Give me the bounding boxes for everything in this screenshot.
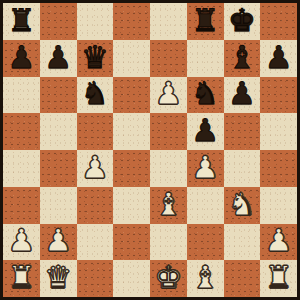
square-d6[interactable] xyxy=(113,77,150,114)
square-c1[interactable] xyxy=(77,260,114,297)
square-f8[interactable]: ♜ xyxy=(187,3,224,40)
square-e4[interactable] xyxy=(150,150,187,187)
square-e7[interactable] xyxy=(150,40,187,77)
square-g1[interactable] xyxy=(224,260,261,297)
square-f3[interactable] xyxy=(187,187,224,224)
square-f4[interactable]: ♟ xyxy=(187,150,224,187)
square-b4[interactable] xyxy=(40,150,77,187)
square-c5[interactable] xyxy=(77,113,114,150)
black-rook[interactable]: ♜ xyxy=(191,5,219,36)
square-d5[interactable] xyxy=(113,113,150,150)
white-pawn[interactable]: ♟ xyxy=(81,152,109,183)
square-f7[interactable] xyxy=(187,40,224,77)
black-knight[interactable]: ♞ xyxy=(81,78,109,109)
square-f5[interactable]: ♟ xyxy=(187,113,224,150)
square-g7[interactable]: ♝ xyxy=(224,40,261,77)
black-queen[interactable]: ♛ xyxy=(81,42,109,73)
square-g8[interactable]: ♚ xyxy=(224,3,261,40)
square-f1[interactable]: ♝ xyxy=(187,260,224,297)
black-pawn[interactable]: ♟ xyxy=(228,78,256,109)
white-pawn[interactable]: ♟ xyxy=(154,78,182,109)
square-b8[interactable] xyxy=(40,3,77,40)
square-a3[interactable] xyxy=(3,187,40,224)
black-pawn[interactable]: ♟ xyxy=(7,42,35,73)
square-g6[interactable]: ♟ xyxy=(224,77,261,114)
black-pawn[interactable]: ♟ xyxy=(191,115,219,146)
square-h3[interactable] xyxy=(260,187,297,224)
square-g5[interactable] xyxy=(224,113,261,150)
square-b5[interactable] xyxy=(40,113,77,150)
square-b2[interactable]: ♟ xyxy=(40,224,77,261)
black-knight[interactable]: ♞ xyxy=(191,78,219,109)
square-c8[interactable] xyxy=(77,3,114,40)
square-c7[interactable]: ♛ xyxy=(77,40,114,77)
square-g2[interactable] xyxy=(224,224,261,261)
black-king[interactable]: ♚ xyxy=(228,5,256,36)
square-a5[interactable] xyxy=(3,113,40,150)
black-pawn[interactable]: ♟ xyxy=(44,42,72,73)
black-bishop[interactable]: ♝ xyxy=(228,42,256,73)
board-grid: ♜♜♚♟♟♛♝♟♞♟♞♟♟♟♟♝♞♟♟♟♜♛♚♝♜ xyxy=(3,3,297,297)
square-f2[interactable] xyxy=(187,224,224,261)
square-e6[interactable]: ♟ xyxy=(150,77,187,114)
square-h7[interactable]: ♟ xyxy=(260,40,297,77)
square-g4[interactable] xyxy=(224,150,261,187)
white-pawn[interactable]: ♟ xyxy=(191,152,219,183)
square-h1[interactable]: ♜ xyxy=(260,260,297,297)
square-a4[interactable] xyxy=(3,150,40,187)
square-e1[interactable]: ♚ xyxy=(150,260,187,297)
black-pawn[interactable]: ♟ xyxy=(265,42,293,73)
white-pawn[interactable]: ♟ xyxy=(7,225,35,256)
square-d3[interactable] xyxy=(113,187,150,224)
square-h6[interactable] xyxy=(260,77,297,114)
square-a7[interactable]: ♟ xyxy=(3,40,40,77)
square-b3[interactable] xyxy=(40,187,77,224)
square-d1[interactable] xyxy=(113,260,150,297)
white-knight[interactable]: ♞ xyxy=(228,189,256,220)
white-bishop[interactable]: ♝ xyxy=(154,189,182,220)
square-e3[interactable]: ♝ xyxy=(150,187,187,224)
square-e2[interactable] xyxy=(150,224,187,261)
black-rook[interactable]: ♜ xyxy=(7,5,35,36)
square-h4[interactable] xyxy=(260,150,297,187)
square-b1[interactable]: ♛ xyxy=(40,260,77,297)
square-d4[interactable] xyxy=(113,150,150,187)
square-a1[interactable]: ♜ xyxy=(3,260,40,297)
white-pawn[interactable]: ♟ xyxy=(265,225,293,256)
square-c3[interactable] xyxy=(77,187,114,224)
white-king[interactable]: ♚ xyxy=(154,262,182,293)
square-c6[interactable]: ♞ xyxy=(77,77,114,114)
square-a8[interactable]: ♜ xyxy=(3,3,40,40)
square-h2[interactable]: ♟ xyxy=(260,224,297,261)
white-pawn[interactable]: ♟ xyxy=(44,225,72,256)
white-rook[interactable]: ♜ xyxy=(265,262,293,293)
square-e8[interactable] xyxy=(150,3,187,40)
square-a6[interactable] xyxy=(3,77,40,114)
square-e5[interactable] xyxy=(150,113,187,150)
white-queen[interactable]: ♛ xyxy=(44,262,72,293)
square-c4[interactable]: ♟ xyxy=(77,150,114,187)
square-h5[interactable] xyxy=(260,113,297,150)
white-bishop[interactable]: ♝ xyxy=(191,262,219,293)
square-d8[interactable] xyxy=(113,3,150,40)
square-b6[interactable] xyxy=(40,77,77,114)
square-b7[interactable]: ♟ xyxy=(40,40,77,77)
square-d7[interactable] xyxy=(113,40,150,77)
chessboard: ♜♜♚♟♟♛♝♟♞♟♞♟♟♟♟♝♞♟♟♟♜♛♚♝♜ xyxy=(0,0,300,300)
square-g3[interactable]: ♞ xyxy=(224,187,261,224)
square-h8[interactable] xyxy=(260,3,297,40)
square-f6[interactable]: ♞ xyxy=(187,77,224,114)
square-c2[interactable] xyxy=(77,224,114,261)
square-a2[interactable]: ♟ xyxy=(3,224,40,261)
white-rook[interactable]: ♜ xyxy=(7,262,35,293)
square-d2[interactable] xyxy=(113,224,150,261)
